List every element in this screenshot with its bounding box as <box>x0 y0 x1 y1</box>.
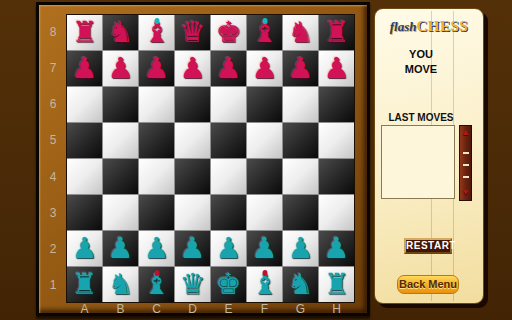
piece-crimson-rook-a8[interactable]: ♜ <box>67 15 102 50</box>
piece-crimson-queen-d8[interactable]: ♛ <box>175 15 210 50</box>
square-b6[interactable] <box>103 87 138 122</box>
square-e4[interactable] <box>211 159 246 194</box>
square-g8[interactable]: ♞ <box>283 15 318 50</box>
piece-crimson-pawn-d7[interactable]: ♟ <box>175 51 210 86</box>
square-c6[interactable] <box>139 87 174 122</box>
piece-teal-pawn-g2[interactable]: ♟ <box>283 231 318 266</box>
square-h5[interactable] <box>319 123 354 158</box>
square-f2[interactable]: ♟ <box>247 231 282 266</box>
square-e7[interactable]: ♟ <box>211 51 246 86</box>
piece-crimson-pawn-e7[interactable]: ♟ <box>211 51 246 86</box>
turn-status: YOU MOVE <box>375 47 467 77</box>
piece-teal-pawn-h2[interactable]: ♟ <box>319 231 354 266</box>
square-a4[interactable] <box>67 159 102 194</box>
square-h8[interactable]: ♜ <box>319 15 354 50</box>
piece-teal-knight-g1[interactable]: ♞ <box>283 267 318 302</box>
square-h3[interactable] <box>319 195 354 230</box>
square-d6[interactable] <box>175 87 210 122</box>
piece-teal-king-e1[interactable]: ♚ <box>211 267 246 302</box>
piece-crimson-pawn-g7[interactable]: ♟ <box>283 51 318 86</box>
rank-label-7: 7 <box>42 50 64 86</box>
square-h2[interactable]: ♟ <box>319 231 354 266</box>
square-d4[interactable] <box>175 159 210 194</box>
piece-crimson-knight-b8[interactable]: ♞ <box>103 15 138 50</box>
square-a2[interactable]: ♟ <box>67 231 102 266</box>
square-g4[interactable] <box>283 159 318 194</box>
scroll-up-icon[interactable]: ▲ <box>460 129 471 137</box>
square-a3[interactable] <box>67 195 102 230</box>
file-label-g: G <box>283 303 318 315</box>
piece-teal-queen-d1[interactable]: ♛ <box>175 267 210 302</box>
piece-crimson-knight-g8[interactable]: ♞ <box>283 15 318 50</box>
rank-label-6: 6 <box>42 86 64 122</box>
square-h7[interactable]: ♟ <box>319 51 354 86</box>
bishop-tip-accent <box>154 18 159 24</box>
piece-teal-pawn-f2[interactable]: ♟ <box>247 231 282 266</box>
bishop-tip-accent <box>262 18 267 24</box>
scrollbar-dash <box>463 152 469 154</box>
square-b5[interactable] <box>103 123 138 158</box>
piece-crimson-king-e8[interactable]: ♚ <box>211 15 246 50</box>
square-e1[interactable]: ♚ <box>211 267 246 302</box>
moves-scrollbar[interactable]: ▲ ▼ <box>459 125 472 201</box>
square-c2[interactable]: ♟ <box>139 231 174 266</box>
turn-status-line2: MOVE <box>375 62 467 77</box>
square-a7[interactable]: ♟ <box>67 51 102 86</box>
piece-crimson-pawn-a7[interactable]: ♟ <box>67 51 102 86</box>
piece-teal-pawn-a2[interactable]: ♟ <box>67 231 102 266</box>
square-c1[interactable]: ♝ <box>139 267 174 302</box>
piece-crimson-pawn-b7[interactable]: ♟ <box>103 51 138 86</box>
square-f8[interactable]: ♝ <box>247 15 282 50</box>
file-label-e: E <box>211 303 246 315</box>
square-a8[interactable]: ♜ <box>67 15 102 50</box>
square-a1[interactable]: ♜ <box>67 267 102 302</box>
square-f3[interactable] <box>247 195 282 230</box>
rank-label-4: 4 <box>42 159 64 195</box>
piece-crimson-pawn-f7[interactable]: ♟ <box>247 51 282 86</box>
piece-teal-pawn-e2[interactable]: ♟ <box>211 231 246 266</box>
piece-teal-pawn-c2[interactable]: ♟ <box>139 231 174 266</box>
rank-label-5: 5 <box>42 122 64 158</box>
square-g6[interactable] <box>283 87 318 122</box>
square-f6[interactable] <box>247 87 282 122</box>
square-f4[interactable] <box>247 159 282 194</box>
square-f1[interactable]: ♝ <box>247 267 282 302</box>
rank-label-3: 3 <box>42 195 64 231</box>
piece-teal-pawn-d2[interactable]: ♟ <box>175 231 210 266</box>
piece-teal-knight-b1[interactable]: ♞ <box>103 267 138 302</box>
square-b4[interactable] <box>103 159 138 194</box>
bishop-tip-accent <box>154 270 159 276</box>
back-menu-button[interactable]: Back Menu <box>397 275 459 294</box>
last-moves-label: LAST MOVES <box>375 112 467 123</box>
sidebar-panel: flashCHESS YOU MOVE LAST MOVES ▲ ▼ RESTA… <box>374 8 484 304</box>
rank-label-2: 2 <box>42 231 64 267</box>
piece-teal-rook-a1[interactable]: ♜ <box>67 267 102 302</box>
square-g2[interactable]: ♟ <box>283 231 318 266</box>
last-moves-box[interactable] <box>381 125 455 199</box>
piece-crimson-pawn-h7[interactable]: ♟ <box>319 51 354 86</box>
bishop-tip-accent <box>262 270 267 276</box>
scrollbar-dash <box>463 176 469 178</box>
square-f5[interactable] <box>247 123 282 158</box>
square-g5[interactable] <box>283 123 318 158</box>
square-h6[interactable] <box>319 87 354 122</box>
logo-flash-text: flash <box>390 19 417 34</box>
square-c5[interactable] <box>139 123 174 158</box>
square-d3[interactable] <box>175 195 210 230</box>
square-c3[interactable] <box>139 195 174 230</box>
square-d8[interactable]: ♛ <box>175 15 210 50</box>
square-b2[interactable]: ♟ <box>103 231 138 266</box>
chess-board[interactable]: ♜♞♝♛♚♝♞♜♟♟♟♟♟♟♟♟♟♟♟♟♟♟♟♟♜♞♝♛♚♝♞♜ <box>66 14 355 303</box>
square-d7[interactable]: ♟ <box>175 51 210 86</box>
file-label-b: B <box>103 303 138 315</box>
board-frame: 87654321 ♜♞♝♛♚♝♞♜♟♟♟♟♟♟♟♟♟♟♟♟♟♟♟♟♜♞♝♛♚♝♞… <box>36 2 370 316</box>
square-e5[interactable] <box>211 123 246 158</box>
square-b3[interactable] <box>103 195 138 230</box>
file-label-h: H <box>319 303 354 315</box>
logo-chess-text: CHESS <box>417 18 469 34</box>
square-f7[interactable]: ♟ <box>247 51 282 86</box>
square-e8[interactable]: ♚ <box>211 15 246 50</box>
square-b1[interactable]: ♞ <box>103 267 138 302</box>
square-c8[interactable]: ♝ <box>139 15 174 50</box>
square-e6[interactable] <box>211 87 246 122</box>
file-label-a: A <box>67 303 102 315</box>
file-label-f: F <box>247 303 282 315</box>
flashchess-logo: flashCHESS <box>375 17 483 35</box>
square-c7[interactable]: ♟ <box>139 51 174 86</box>
square-e2[interactable]: ♟ <box>211 231 246 266</box>
file-label-c: C <box>139 303 174 315</box>
rank-label-1: 1 <box>42 267 64 303</box>
scrollbar-dash <box>463 164 469 166</box>
piece-crimson-pawn-c7[interactable]: ♟ <box>139 51 174 86</box>
rank-labels: 87654321 <box>42 14 64 303</box>
square-e3[interactable] <box>211 195 246 230</box>
piece-teal-rook-h1[interactable]: ♜ <box>319 267 354 302</box>
file-label-d: D <box>175 303 210 315</box>
square-a5[interactable] <box>67 123 102 158</box>
file-labels: ABCDEFGH <box>67 303 354 315</box>
square-d2[interactable]: ♟ <box>175 231 210 266</box>
rank-label-8: 8 <box>42 14 64 50</box>
square-g1[interactable]: ♞ <box>283 267 318 302</box>
square-d1[interactable]: ♛ <box>175 267 210 302</box>
square-h4[interactable] <box>319 159 354 194</box>
turn-status-line1: YOU <box>375 47 467 62</box>
square-c4[interactable] <box>139 159 174 194</box>
piece-teal-pawn-b2[interactable]: ♟ <box>103 231 138 266</box>
square-g7[interactable]: ♟ <box>283 51 318 86</box>
piece-crimson-rook-h8[interactable]: ♜ <box>319 15 354 50</box>
restart-button[interactable]: RESTART <box>404 238 452 254</box>
square-b8[interactable]: ♞ <box>103 15 138 50</box>
square-d5[interactable] <box>175 123 210 158</box>
square-g3[interactable] <box>283 195 318 230</box>
square-b7[interactable]: ♟ <box>103 51 138 86</box>
square-a6[interactable] <box>67 87 102 122</box>
scroll-down-icon[interactable]: ▼ <box>460 189 471 197</box>
square-h1[interactable]: ♜ <box>319 267 354 302</box>
